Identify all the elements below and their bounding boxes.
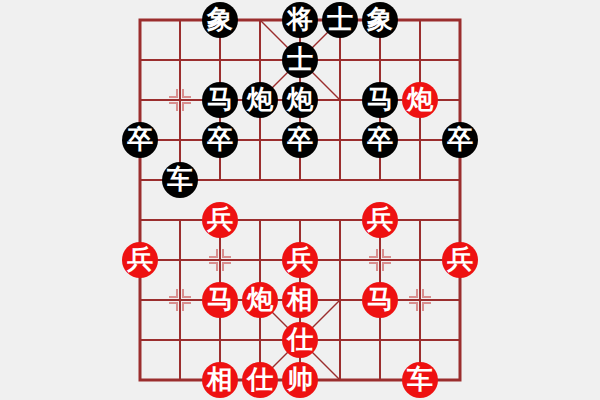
red-soldier[interactable]: 兵	[362, 202, 398, 238]
black-soldier[interactable]: 卒	[442, 122, 478, 158]
red-cannon[interactable]: 炮	[402, 82, 438, 118]
black-advisor[interactable]: 士	[322, 2, 358, 38]
red-elephant[interactable]: 相	[202, 362, 238, 398]
black-soldier[interactable]: 卒	[362, 122, 398, 158]
red-soldier[interactable]: 兵	[202, 202, 238, 238]
black-general[interactable]: 将	[282, 2, 318, 38]
red-soldier[interactable]: 兵	[282, 242, 318, 278]
black-soldier[interactable]: 卒	[282, 122, 318, 158]
point-marker	[369, 249, 391, 271]
red-horse[interactable]: 马	[202, 282, 238, 318]
point-marker	[409, 289, 431, 311]
black-elephant[interactable]: 象	[202, 2, 238, 38]
board-grid[interactable]: 象将士象士马炮炮马炮卒卒卒卒卒车兵兵兵兵兵马炮相马仕相仕帅车	[120, 0, 480, 400]
red-general[interactable]: 帅	[282, 362, 318, 398]
black-advisor[interactable]: 士	[282, 42, 318, 78]
black-chariot[interactable]: 车	[162, 162, 198, 198]
red-chariot[interactable]: 车	[402, 362, 438, 398]
xiangqi-board[interactable]: 象将士象士马炮炮马炮卒卒卒卒卒车兵兵兵兵兵马炮相马仕相仕帅车	[0, 0, 600, 400]
black-horse[interactable]: 马	[202, 82, 238, 118]
red-horse[interactable]: 马	[362, 282, 398, 318]
point-marker	[209, 249, 231, 271]
black-soldier[interactable]: 卒	[122, 122, 158, 158]
red-advisor[interactable]: 仕	[242, 362, 278, 398]
red-advisor[interactable]: 仕	[282, 322, 318, 358]
red-soldier[interactable]: 兵	[442, 242, 478, 278]
black-cannon[interactable]: 炮	[242, 82, 278, 118]
red-cannon[interactable]: 炮	[242, 282, 278, 318]
point-marker	[169, 289, 191, 311]
black-soldier[interactable]: 卒	[202, 122, 238, 158]
black-cannon[interactable]: 炮	[282, 82, 318, 118]
point-marker	[169, 89, 191, 111]
black-horse[interactable]: 马	[362, 82, 398, 118]
black-elephant[interactable]: 象	[362, 2, 398, 38]
xiangqi-screen: 象将士象士马炮炮马炮卒卒卒卒卒车兵兵兵兵兵马炮相马仕相仕帅车	[0, 0, 600, 400]
red-elephant[interactable]: 相	[282, 282, 318, 318]
red-soldier[interactable]: 兵	[122, 242, 158, 278]
